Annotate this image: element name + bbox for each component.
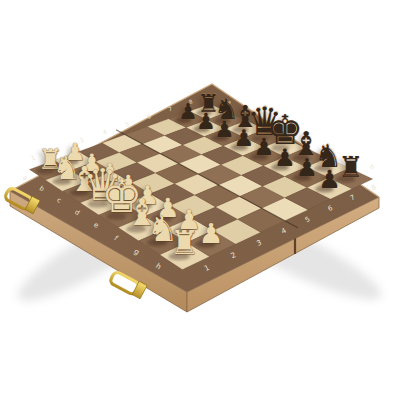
piece-black-pawn-e7: ♟ [253, 137, 274, 161]
piece-black-rook-h8: ♜ [338, 153, 364, 182]
piece-black-pawn-d7: ♟ [233, 127, 254, 150]
piece-black-pawn-c7: ♟ [214, 118, 234, 141]
chess-set-photo: aabbccddeeffgghh1122334455667788 ♜♞♝♛♚♝♞… [0, 0, 400, 400]
piece-black-pawn-b7: ♟ [196, 110, 216, 132]
piece-white-pawn-h2: ♟ [199, 220, 224, 248]
piece-black-pawn-f7: ♟ [274, 146, 296, 170]
pieces-layer: ♜♞♝♛♚♝♞♜♟♟♟♟♟♟♟♟♟♟♟♟♟♟♟♟♜♞♝♛♚♝♞♜ [0, 0, 400, 400]
piece-black-pawn-g7: ♟ [296, 156, 318, 181]
piece-black-pawn-a7: ♟ [178, 102, 198, 124]
piece-black-pawn-h7: ♟ [318, 167, 341, 192]
piece-white-rook-h1: ♜ [170, 227, 199, 260]
